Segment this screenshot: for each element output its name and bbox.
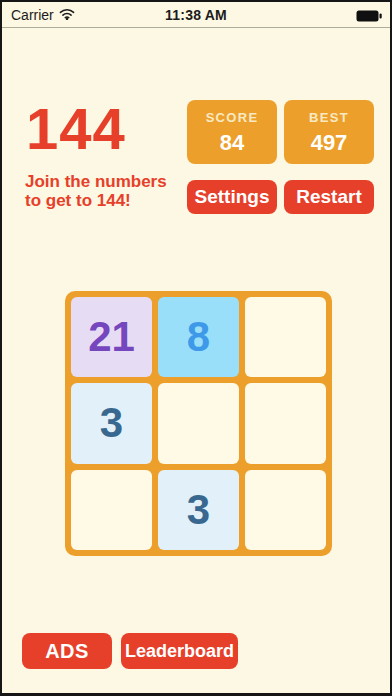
status-bar: Carrier 11:38 AM xyxy=(2,2,390,28)
tile-3-r3c2: 3 xyxy=(158,470,239,550)
leaderboard-button[interactable]: Leaderboard xyxy=(121,633,238,669)
game-board[interactable]: 21833 xyxy=(65,291,332,556)
battery-icon xyxy=(356,9,382,25)
best-value: 497 xyxy=(311,130,348,156)
settings-button[interactable]: Settings xyxy=(187,180,277,214)
tile-3-r2c1: 3 xyxy=(71,383,152,463)
empty-cell-r2c3 xyxy=(245,383,326,463)
tile-21-r1c1: 21 xyxy=(71,297,152,377)
app-screen: Carrier 11:38 AM 144 Join the numbers to… xyxy=(0,0,392,696)
best-label: BEST xyxy=(309,110,349,125)
empty-cell-r1c3 xyxy=(245,297,326,377)
status-time: 11:38 AM xyxy=(2,7,390,23)
restart-button[interactable]: Restart xyxy=(284,180,374,214)
subtitle-line-1: Join the numbers xyxy=(25,172,167,191)
subtitle: Join the numbers to get to 144! xyxy=(25,172,167,210)
empty-cell-r3c3 xyxy=(245,470,326,550)
tile-8-r1c2: 8 xyxy=(158,297,239,377)
score-label: SCORE xyxy=(206,110,259,125)
best-box: BEST 497 xyxy=(284,100,374,164)
ads-button[interactable]: ADS xyxy=(22,633,112,669)
empty-cell-r3c1 xyxy=(71,470,152,550)
page-title: 144 xyxy=(26,100,126,158)
empty-cell-r2c2 xyxy=(158,383,239,463)
score-box: SCORE 84 xyxy=(187,100,277,164)
score-value: 84 xyxy=(220,130,244,156)
subtitle-line-2: to get to 144! xyxy=(25,191,167,210)
